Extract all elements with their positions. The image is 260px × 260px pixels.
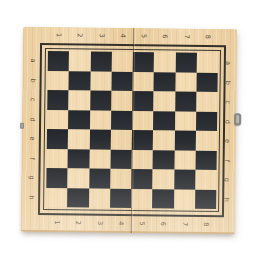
square-e1[interactable] [47,129,68,149]
square-b5[interactable] [132,72,153,92]
square-f5[interactable] [132,150,153,170]
square-d4[interactable] [111,110,132,130]
square-b6[interactable] [154,72,175,92]
square-d3[interactable] [90,110,111,130]
square-e7[interactable] [174,131,195,151]
square-b3[interactable] [90,71,111,91]
square-f2[interactable] [68,149,89,169]
square-f6[interactable] [153,150,174,170]
chessboard: 12345678 12345678 abcdefgh abcdefgh [21,27,237,235]
square-e5[interactable] [132,130,153,150]
square-b8[interactable] [196,72,217,92]
square-c4[interactable] [111,91,132,111]
square-g5[interactable] [131,169,152,189]
square-c7[interactable] [175,92,196,112]
square-g7[interactable] [174,170,195,190]
square-h4[interactable] [110,188,131,208]
square-a4[interactable] [111,52,132,72]
square-b1[interactable] [47,71,68,91]
square-h8[interactable] [195,189,216,209]
hinge-pin [20,123,24,129]
square-a7[interactable] [175,53,196,73]
square-f8[interactable] [195,150,216,170]
square-c2[interactable] [68,90,89,110]
square-h3[interactable] [89,188,110,208]
square-e6[interactable] [153,130,174,150]
square-e8[interactable] [196,131,217,151]
photo-background: 12345678 12345678 abcdefgh abcdefgh [0,0,260,260]
square-f4[interactable] [110,149,131,169]
square-d5[interactable] [132,111,153,131]
square-d6[interactable] [153,111,174,131]
square-b2[interactable] [69,71,90,91]
square-e4[interactable] [111,130,132,150]
square-f7[interactable] [174,150,195,170]
square-c1[interactable] [47,90,68,110]
square-f1[interactable] [47,148,68,168]
square-g1[interactable] [46,168,67,188]
square-h1[interactable] [46,187,67,207]
clasp-latch-icon [234,113,241,125]
square-e3[interactable] [89,130,110,150]
square-h5[interactable] [131,189,152,209]
square-c5[interactable] [132,91,153,111]
square-g3[interactable] [89,169,110,189]
square-h2[interactable] [67,188,88,208]
square-d1[interactable] [47,109,68,129]
square-a8[interactable] [196,53,217,73]
square-g8[interactable] [195,170,216,190]
square-b7[interactable] [175,72,196,92]
square-a2[interactable] [69,51,90,71]
square-g6[interactable] [153,169,174,189]
square-a6[interactable] [154,52,175,72]
square-e2[interactable] [68,129,89,149]
square-h7[interactable] [174,189,195,209]
square-c8[interactable] [196,92,217,112]
square-b4[interactable] [111,71,132,91]
square-h6[interactable] [152,189,173,209]
square-d7[interactable] [175,111,196,131]
square-g4[interactable] [110,169,131,189]
square-c6[interactable] [153,91,174,111]
square-a5[interactable] [133,52,154,72]
square-d8[interactable] [196,111,217,131]
square-c3[interactable] [90,91,111,111]
square-a3[interactable] [90,52,111,72]
square-a1[interactable] [48,51,69,71]
square-g2[interactable] [68,168,89,188]
square-f3[interactable] [89,149,110,169]
square-d2[interactable] [68,110,89,130]
